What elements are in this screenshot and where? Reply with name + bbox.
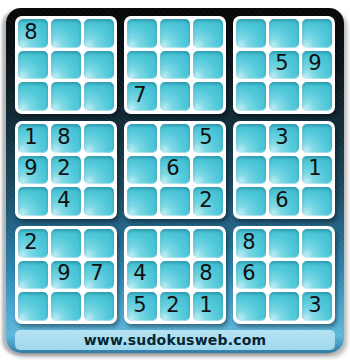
digit: 1 [24,127,37,148]
box-3-2: 48521 [124,226,226,324]
cell-r2c6[interactable] [193,51,223,80]
cell-r9c5[interactable]: 2 [160,292,190,321]
cell-r3c5[interactable] [160,82,190,111]
cell-r9c6[interactable]: 1 [193,292,223,321]
footer-bar: www.sudokusweb.com [15,330,335,350]
cell-r7c5[interactable] [160,229,190,258]
digit: 8 [57,127,70,148]
digit: 2 [166,295,179,316]
box-2-2: 562 [124,121,226,219]
cell-r7c7[interactable]: 8 [236,229,266,258]
cell-r3c6[interactable] [193,82,223,111]
cell-r7c4[interactable] [127,229,157,258]
cell-r1c9[interactable] [302,19,332,48]
cell-r5c7[interactable] [236,156,266,185]
digit: 6 [275,190,288,211]
digit: 5 [133,295,146,316]
digit: 2 [57,158,70,179]
cell-r2c7[interactable] [236,51,266,80]
digit: 3 [308,295,321,316]
cell-r8c2[interactable]: 9 [51,261,81,290]
sudoku-grid: 87591892456231629748521863 [15,16,335,324]
box-1-1: 8 [15,16,117,114]
digit: 8 [242,232,255,253]
cell-r9c8[interactable] [269,292,299,321]
cell-r5c2[interactable]: 2 [51,156,81,185]
cell-r1c4[interactable] [127,19,157,48]
cell-r6c1[interactable] [18,187,48,216]
cell-r3c4[interactable]: 7 [127,82,157,111]
box-2-1: 18924 [15,121,117,219]
cell-r3c9[interactable] [302,82,332,111]
cell-r6c9[interactable] [302,187,332,216]
cell-r4c4[interactable] [127,124,157,153]
cell-r4c9[interactable] [302,124,332,153]
cell-r7c2[interactable] [51,229,81,258]
digit: 8 [24,22,37,43]
cell-r5c9[interactable]: 1 [302,156,332,185]
digit: 3 [275,127,288,148]
cell-r9c1[interactable] [18,292,48,321]
cell-r5c4[interactable] [127,156,157,185]
cell-r1c2[interactable] [51,19,81,48]
cell-r6c3[interactable] [84,187,114,216]
digit: 1 [199,295,212,316]
cell-r8c6[interactable]: 8 [193,261,223,290]
cell-r1c3[interactable] [84,19,114,48]
cell-r8c3[interactable]: 7 [84,261,114,290]
box-1-3: 59 [233,16,335,114]
cell-r9c4[interactable]: 5 [127,292,157,321]
cell-r4c3[interactable] [84,124,114,153]
cell-r9c7[interactable] [236,292,266,321]
digit: 4 [57,190,70,211]
cell-r3c2[interactable] [51,82,81,111]
cell-r3c7[interactable] [236,82,266,111]
box-2-3: 316 [233,121,335,219]
cell-r4c8[interactable]: 3 [269,124,299,153]
digit: 5 [275,53,288,74]
cell-r2c3[interactable] [84,51,114,80]
digit: 6 [166,158,179,179]
box-3-1: 297 [15,226,117,324]
cell-r6c6[interactable]: 2 [193,187,223,216]
digit: 9 [57,263,70,284]
cell-r8c5[interactable] [160,261,190,290]
digit: 9 [24,158,37,179]
digit: 1 [308,158,321,179]
cell-r6c7[interactable] [236,187,266,216]
cell-r8c8[interactable] [269,261,299,290]
cell-r3c1[interactable] [18,82,48,111]
cell-r1c8[interactable] [269,19,299,48]
cell-r5c1[interactable]: 9 [18,156,48,185]
footer-url[interactable]: www.sudokusweb.com [84,332,267,348]
cell-r4c6[interactable]: 5 [193,124,223,153]
cell-r7c3[interactable] [84,229,114,258]
cell-r2c4[interactable] [127,51,157,80]
cell-r5c6[interactable] [193,156,223,185]
cell-r6c2[interactable]: 4 [51,187,81,216]
digit: 7 [133,85,146,106]
digit: 6 [242,263,255,284]
digit: 2 [199,190,212,211]
cell-r5c8[interactable] [269,156,299,185]
box-3-3: 863 [233,226,335,324]
digit: 4 [133,263,146,284]
cell-r8c4[interactable]: 4 [127,261,157,290]
cell-r8c1[interactable] [18,261,48,290]
cell-r1c5[interactable] [160,19,190,48]
cell-r2c1[interactable] [18,51,48,80]
digit: 5 [199,127,212,148]
cell-r1c6[interactable] [193,19,223,48]
cell-r1c1[interactable]: 8 [18,19,48,48]
cell-r7c9[interactable] [302,229,332,258]
digit: 8 [199,263,212,284]
cell-r7c8[interactable] [269,229,299,258]
cell-r3c3[interactable] [84,82,114,111]
cell-r2c8[interactable]: 5 [269,51,299,80]
cell-r8c7[interactable]: 6 [236,261,266,290]
cell-r2c9[interactable]: 9 [302,51,332,80]
cell-r5c5[interactable]: 6 [160,156,190,185]
box-1-2: 7 [124,16,226,114]
cell-r4c5[interactable] [160,124,190,153]
cell-r3c8[interactable] [269,82,299,111]
cell-r6c8[interactable]: 6 [269,187,299,216]
cell-r2c2[interactable] [51,51,81,80]
digit: 7 [90,263,103,284]
cell-r8c9[interactable] [302,261,332,290]
cell-r9c3[interactable] [84,292,114,321]
cell-r4c7[interactable] [236,124,266,153]
cell-r4c2[interactable]: 8 [51,124,81,153]
cell-r6c4[interactable] [127,187,157,216]
cell-r2c5[interactable] [160,51,190,80]
cell-r6c5[interactable] [160,187,190,216]
cell-r7c6[interactable] [193,229,223,258]
cell-r9c9[interactable]: 3 [302,292,332,321]
sudoku-board: 87591892456231629748521863 www.sudokuswe… [6,8,344,353]
cell-r1c7[interactable] [236,19,266,48]
cell-r9c2[interactable] [51,292,81,321]
cell-r7c1[interactable]: 2 [18,229,48,258]
digit: 9 [308,53,321,74]
digit: 2 [24,232,37,253]
cell-r5c3[interactable] [84,156,114,185]
cell-r4c1[interactable]: 1 [18,124,48,153]
